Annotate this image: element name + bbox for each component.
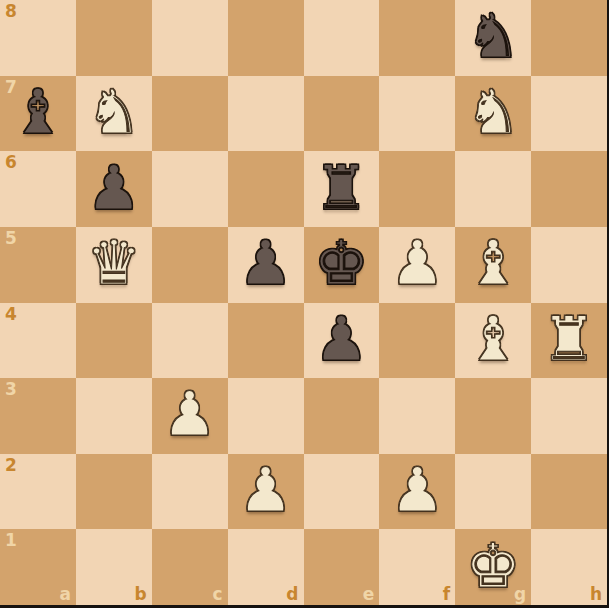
rank-label-8: 8	[5, 3, 17, 20]
square-a1[interactable]: 1a	[0, 529, 76, 605]
square-b2[interactable]	[76, 454, 152, 530]
square-g2[interactable]	[455, 454, 531, 530]
square-a2[interactable]: 2	[0, 454, 76, 530]
square-h5[interactable]	[531, 227, 607, 303]
rank-label-6: 6	[5, 154, 17, 171]
square-h6[interactable]	[531, 151, 607, 227]
piece-white-pawn[interactable]: ♟	[162, 383, 217, 444]
square-d2[interactable]: ♟	[228, 454, 304, 530]
square-d6[interactable]	[228, 151, 304, 227]
square-c6[interactable]	[152, 151, 228, 227]
square-d7[interactable]	[228, 76, 304, 152]
rank-label-2: 2	[5, 457, 17, 474]
square-a6[interactable]: 6	[0, 151, 76, 227]
file-label-d: d	[286, 586, 298, 603]
file-label-f: f	[443, 586, 450, 603]
square-b5[interactable]: ♛	[76, 227, 152, 303]
piece-black-king[interactable]: ♚	[314, 232, 369, 293]
square-h3[interactable]	[531, 378, 607, 454]
square-h8[interactable]	[531, 0, 607, 76]
square-a3[interactable]: 3	[0, 378, 76, 454]
square-e2[interactable]	[304, 454, 380, 530]
square-h7[interactable]	[531, 76, 607, 152]
piece-white-queen[interactable]: ♛	[86, 232, 141, 293]
square-d5[interactable]: ♟	[228, 227, 304, 303]
piece-black-bishop[interactable]: ♝	[11, 81, 66, 142]
square-f5[interactable]: ♟	[379, 227, 455, 303]
piece-white-knight[interactable]: ♞	[466, 81, 521, 142]
piece-black-pawn[interactable]: ♟	[314, 308, 369, 369]
piece-black-pawn[interactable]: ♟	[86, 157, 141, 218]
square-e6[interactable]: ♜	[304, 151, 380, 227]
square-d8[interactable]	[228, 0, 304, 76]
square-f1[interactable]: f	[379, 529, 455, 605]
square-g1[interactable]: g♚	[455, 529, 531, 605]
piece-white-pawn[interactable]: ♟	[390, 232, 445, 293]
square-b8[interactable]	[76, 0, 152, 76]
square-g6[interactable]	[455, 151, 531, 227]
square-f7[interactable]	[379, 76, 455, 152]
square-f6[interactable]	[379, 151, 455, 227]
square-f2[interactable]: ♟	[379, 454, 455, 530]
square-h2[interactable]	[531, 454, 607, 530]
square-a4[interactable]: 4	[0, 303, 76, 379]
square-e5[interactable]: ♚	[304, 227, 380, 303]
file-label-e: e	[363, 586, 375, 603]
piece-white-rook[interactable]: ♜	[542, 308, 597, 369]
piece-white-knight[interactable]: ♞	[86, 81, 141, 142]
square-c5[interactable]	[152, 227, 228, 303]
piece-white-bishop[interactable]: ♝	[466, 232, 521, 293]
square-c7[interactable]	[152, 76, 228, 152]
chess-board-frame: 8♞7♝♞♞6♟♜5♛♟♚♟♝4♟♝♜3♟2♟♟1abcdefg♚h	[0, 0, 609, 608]
piece-white-pawn[interactable]: ♟	[238, 459, 293, 520]
square-f3[interactable]	[379, 378, 455, 454]
square-b3[interactable]	[76, 378, 152, 454]
square-a7[interactable]: 7♝	[0, 76, 76, 152]
file-label-c: c	[213, 586, 223, 603]
square-b6[interactable]: ♟	[76, 151, 152, 227]
rank-label-5: 5	[5, 230, 17, 247]
piece-black-knight[interactable]: ♞	[466, 5, 521, 66]
square-f4[interactable]	[379, 303, 455, 379]
square-f8[interactable]	[379, 0, 455, 76]
square-e8[interactable]	[304, 0, 380, 76]
square-c8[interactable]	[152, 0, 228, 76]
file-label-a: a	[59, 586, 70, 603]
square-d1[interactable]: d	[228, 529, 304, 605]
chess-board: 8♞7♝♞♞6♟♜5♛♟♚♟♝4♟♝♜3♟2♟♟1abcdefg♚h	[0, 0, 607, 605]
square-c2[interactable]	[152, 454, 228, 530]
square-e1[interactable]: e	[304, 529, 380, 605]
square-g7[interactable]: ♞	[455, 76, 531, 152]
file-label-h: h	[590, 586, 602, 603]
square-b4[interactable]	[76, 303, 152, 379]
rank-label-3: 3	[5, 381, 17, 398]
square-e3[interactable]	[304, 378, 380, 454]
square-d4[interactable]	[228, 303, 304, 379]
square-h4[interactable]: ♜	[531, 303, 607, 379]
square-g3[interactable]	[455, 378, 531, 454]
square-c4[interactable]	[152, 303, 228, 379]
square-g4[interactable]: ♝	[455, 303, 531, 379]
square-b1[interactable]: b	[76, 529, 152, 605]
square-a8[interactable]: 8	[0, 0, 76, 76]
piece-black-pawn[interactable]: ♟	[238, 232, 293, 293]
square-c1[interactable]: c	[152, 529, 228, 605]
square-e4[interactable]: ♟	[304, 303, 380, 379]
piece-black-rook[interactable]: ♜	[314, 157, 369, 218]
square-b7[interactable]: ♞	[76, 76, 152, 152]
square-g5[interactable]: ♝	[455, 227, 531, 303]
square-g8[interactable]: ♞	[455, 0, 531, 76]
piece-white-bishop[interactable]: ♝	[466, 308, 521, 369]
square-d3[interactable]	[228, 378, 304, 454]
rank-label-4: 4	[5, 306, 17, 323]
piece-white-pawn[interactable]: ♟	[390, 459, 445, 520]
file-label-b: b	[135, 586, 147, 603]
rank-label-1: 1	[5, 532, 17, 549]
square-c3[interactable]: ♟	[152, 378, 228, 454]
piece-white-king[interactable]: ♚	[466, 535, 521, 596]
square-h1[interactable]: h	[531, 529, 607, 605]
square-e7[interactable]	[304, 76, 380, 152]
square-a5[interactable]: 5	[0, 227, 76, 303]
